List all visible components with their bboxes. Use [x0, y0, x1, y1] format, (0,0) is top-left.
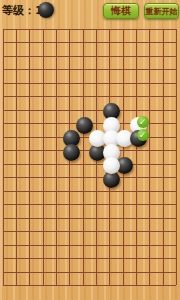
- board-horizontal-line: [3, 69, 177, 70]
- board-vertical-line: [163, 29, 164, 286]
- check-icon: ✓: [137, 129, 149, 141]
- board-horizontal-line: [3, 218, 177, 219]
- gomoku-app: ✓✓ 等级：1 悔棋 重新开始: [0, 0, 180, 300]
- board-horizontal-line: [3, 258, 177, 259]
- black-stone: [76, 117, 93, 134]
- board-horizontal-line: [3, 245, 177, 246]
- check-icon: ✓: [137, 116, 149, 128]
- board-vertical-line: [43, 29, 44, 286]
- white-stone: [103, 157, 120, 174]
- board-horizontal-line: [3, 164, 177, 165]
- board-vertical-line: [136, 29, 137, 286]
- board-horizontal-line: [3, 191, 177, 192]
- board-horizontal-line: [3, 204, 177, 205]
- board-horizontal-line: [3, 56, 177, 57]
- board-vertical-line: [3, 29, 4, 286]
- board-horizontal-line: [3, 272, 177, 273]
- board-vertical-line: [83, 29, 84, 286]
- level-label: 等级：1: [2, 3, 43, 18]
- board-vertical-line: [56, 29, 57, 286]
- gomoku-board[interactable]: ✓✓: [0, 0, 180, 300]
- board-horizontal-line: [3, 285, 177, 286]
- board-horizontal-line: [3, 96, 177, 97]
- board-horizontal-line: [3, 110, 177, 111]
- board-horizontal-line: [3, 231, 177, 232]
- board-vertical-line: [29, 29, 30, 286]
- black-stone: [63, 144, 80, 161]
- player-black-stone-icon: [38, 2, 54, 18]
- board-horizontal-line: [3, 42, 177, 43]
- board-horizontal-line: [3, 29, 177, 30]
- undo-button[interactable]: 悔棋: [103, 3, 139, 19]
- board-vertical-line: [149, 29, 150, 286]
- board-horizontal-line: [3, 83, 177, 84]
- board-vertical-line: [176, 29, 177, 286]
- top-bar: 等级：1 悔棋 重新开始: [0, 0, 180, 22]
- board-horizontal-line: [3, 177, 177, 178]
- restart-button[interactable]: 重新开始: [144, 3, 179, 19]
- board-vertical-line: [16, 29, 17, 286]
- black-stone-marked: ✓: [130, 130, 147, 147]
